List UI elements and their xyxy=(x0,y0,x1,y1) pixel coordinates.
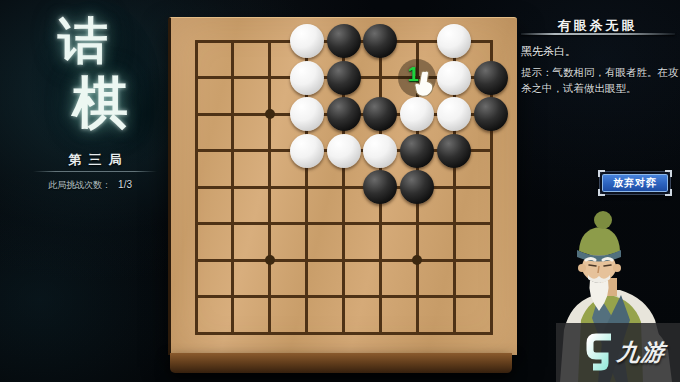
hint-line-1: 提示：气数相同，有眼者胜。在攻 xyxy=(521,64,680,80)
stone-black xyxy=(437,134,471,168)
brand-logo-icon xyxy=(586,333,613,373)
stone-white xyxy=(437,24,471,58)
calligraphy-char-qi: 棋 xyxy=(72,66,128,142)
stone-white xyxy=(400,97,434,131)
button-corner xyxy=(598,170,605,177)
stone-white xyxy=(290,24,324,58)
hint-text: 提示：气数相同，有眼者胜。在攻 杀之中，试着做出眼型。 xyxy=(521,64,680,97)
game-screen: 诘 棋 第三局 此局挑战次数： 1/3 1 有眼杀无眼 黑先杀白。 提示：气数相… xyxy=(0,0,680,382)
stone-white xyxy=(437,97,471,131)
stone-black xyxy=(363,24,397,58)
stone-white xyxy=(327,134,361,168)
title-divider xyxy=(521,33,675,35)
grid-line xyxy=(195,332,493,335)
hint-line-2: 杀之中，试着做出眼型。 xyxy=(521,80,680,96)
brand-text: 九游 xyxy=(615,337,666,368)
stone-black xyxy=(327,61,361,95)
round-label: 第三局 xyxy=(30,151,160,169)
hand-cursor-icon xyxy=(411,68,439,100)
stone-white xyxy=(437,61,471,95)
resign-button-label: 放弃对弈 xyxy=(613,176,657,190)
attempts-value: 1/3 xyxy=(118,179,132,190)
left-divider xyxy=(33,171,157,172)
star-point xyxy=(412,255,422,265)
stone-black xyxy=(400,170,434,204)
attempts-counter: 此局挑战次数： 1/3 xyxy=(48,179,132,192)
stone-black xyxy=(327,24,361,58)
stone-black xyxy=(474,61,508,95)
grid-line xyxy=(195,259,493,262)
goban[interactable]: 1 xyxy=(168,17,517,355)
grid-line xyxy=(195,186,493,189)
grid-line xyxy=(195,295,493,298)
resign-button[interactable]: 放弃对弈 xyxy=(600,172,670,194)
button-corner xyxy=(665,189,672,196)
board-bottom-edge xyxy=(170,353,512,373)
stone-black xyxy=(363,97,397,131)
stone-white xyxy=(290,134,324,168)
star-point xyxy=(265,109,275,119)
calligraphy-char-jie: 诘 xyxy=(58,8,108,75)
stone-white xyxy=(363,134,397,168)
stone-black xyxy=(474,97,508,131)
button-corner xyxy=(665,170,672,177)
stone-black xyxy=(400,134,434,168)
stone-black xyxy=(363,170,397,204)
watermark-banner: 九游 xyxy=(556,323,680,382)
stone-white xyxy=(290,97,324,131)
stone-white xyxy=(290,61,324,95)
ghost-stone-hover[interactable]: 1 xyxy=(398,59,436,97)
grid-line xyxy=(195,222,493,225)
objective-text: 黑先杀白。 xyxy=(521,44,576,59)
star-point xyxy=(265,255,275,265)
attempts-label: 此局挑战次数： xyxy=(48,179,111,192)
stone-black xyxy=(327,97,361,131)
button-corner xyxy=(598,189,605,196)
